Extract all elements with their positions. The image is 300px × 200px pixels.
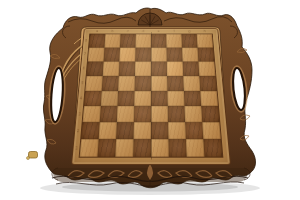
square-g8[interactable] (181, 34, 197, 47)
square-b4[interactable] (101, 91, 118, 107)
square-e7[interactable] (151, 48, 167, 62)
square-c8[interactable] (120, 34, 136, 47)
square-c7[interactable] (119, 48, 135, 62)
square-h8[interactable] (197, 34, 213, 47)
square-c2[interactable] (116, 122, 134, 139)
square-d6[interactable] (135, 61, 151, 75)
square-f6[interactable] (167, 61, 183, 75)
chess-board: abcdefgh 87654321 (71, 28, 231, 165)
square-g4[interactable] (184, 91, 201, 107)
square-a5[interactable] (85, 76, 102, 91)
square-a2[interactable] (81, 122, 100, 139)
square-h2[interactable] (202, 122, 221, 139)
square-a6[interactable] (87, 61, 104, 75)
square-c5[interactable] (118, 76, 135, 91)
square-h3[interactable] (201, 106, 219, 122)
square-b8[interactable] (104, 34, 120, 47)
square-b7[interactable] (104, 48, 120, 62)
square-g5[interactable] (183, 76, 200, 91)
square-e4[interactable] (151, 91, 168, 107)
square-a3[interactable] (83, 106, 101, 122)
square-d7[interactable] (135, 48, 151, 62)
square-h6[interactable] (198, 61, 215, 75)
square-e1[interactable] (151, 139, 169, 157)
square-g3[interactable] (185, 106, 203, 122)
square-d4[interactable] (134, 91, 151, 107)
square-b1[interactable] (98, 139, 117, 157)
board-photo: abcdefgh 87654321 (0, 0, 300, 200)
square-f3[interactable] (168, 106, 185, 122)
square-f2[interactable] (168, 122, 186, 139)
brass-latch (27, 152, 38, 160)
square-f1[interactable] (168, 139, 186, 157)
square-d3[interactable] (134, 106, 151, 122)
square-a4[interactable] (84, 91, 102, 107)
square-g2[interactable] (185, 122, 203, 139)
square-d1[interactable] (133, 139, 151, 157)
square-b3[interactable] (100, 106, 118, 122)
square-a1[interactable] (80, 139, 99, 157)
square-f4[interactable] (167, 91, 184, 107)
square-h1[interactable] (203, 139, 222, 157)
board-fold-seam (151, 32, 152, 159)
square-h7[interactable] (198, 48, 215, 62)
square-e8[interactable] (151, 34, 167, 47)
square-e6[interactable] (151, 61, 167, 75)
square-g6[interactable] (183, 61, 200, 75)
square-h4[interactable] (200, 91, 218, 107)
square-h5[interactable] (199, 76, 216, 91)
square-d8[interactable] (135, 34, 151, 47)
square-f7[interactable] (167, 48, 183, 62)
square-e2[interactable] (151, 122, 168, 139)
square-e5[interactable] (151, 76, 167, 91)
square-e3[interactable] (151, 106, 168, 122)
square-b6[interactable] (103, 61, 120, 75)
square-b5[interactable] (102, 76, 119, 91)
square-c4[interactable] (117, 91, 134, 107)
square-f8[interactable] (166, 34, 182, 47)
square-d5[interactable] (135, 76, 151, 91)
square-g7[interactable] (182, 48, 198, 62)
square-c1[interactable] (115, 139, 133, 157)
square-f5[interactable] (167, 76, 184, 91)
square-a8[interactable] (89, 34, 105, 47)
square-d2[interactable] (134, 122, 151, 139)
square-b2[interactable] (99, 122, 117, 139)
square-c3[interactable] (117, 106, 134, 122)
square-g1[interactable] (186, 139, 205, 157)
square-a7[interactable] (88, 48, 105, 62)
square-c6[interactable] (119, 61, 135, 75)
